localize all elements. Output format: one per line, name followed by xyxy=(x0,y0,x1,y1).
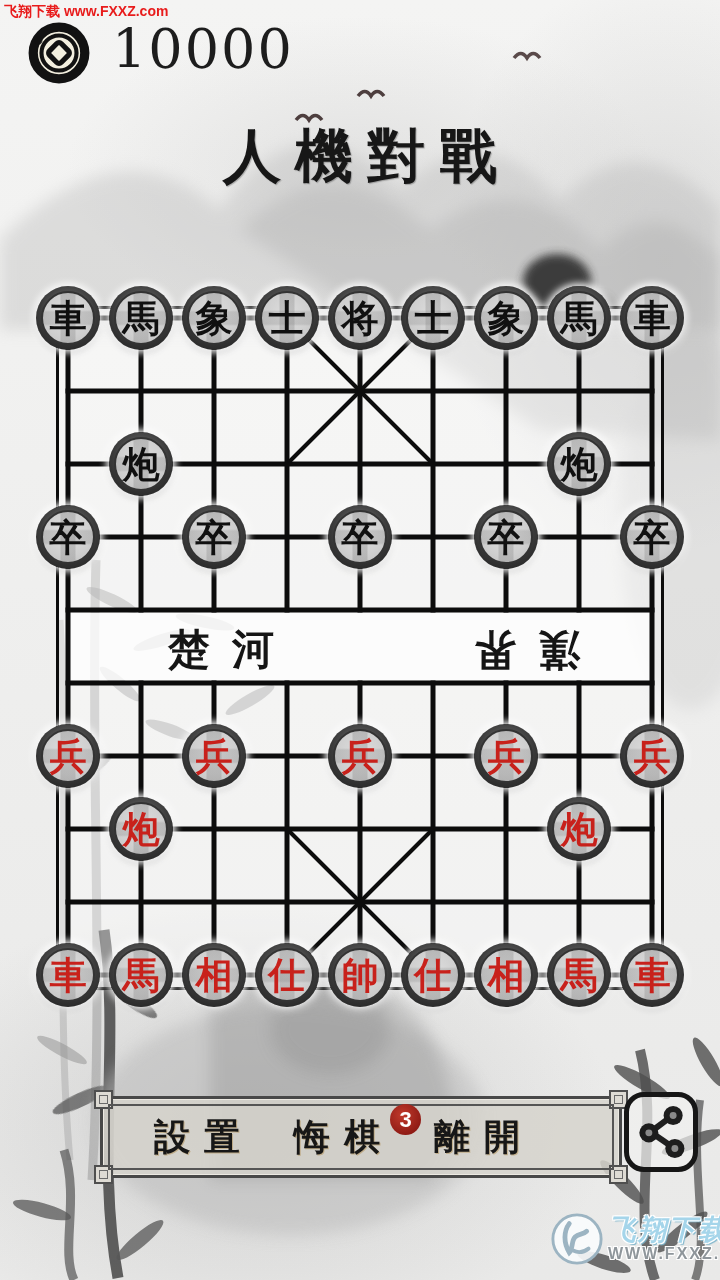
xiangqi-piece-red[interactable]: 馬 xyxy=(547,943,611,1007)
undo-count-badge: 3 xyxy=(390,1104,421,1135)
xiangqi-piece-red[interactable]: 仕 xyxy=(401,943,465,1007)
piece-character: 相 xyxy=(182,943,246,1007)
xiangqi-piece-black[interactable]: 馬 xyxy=(547,286,611,350)
piece-character: 車 xyxy=(620,286,684,350)
xiangqi-piece-black[interactable]: 車 xyxy=(620,286,684,350)
bottom-bar-inner: 設置 悔棋 離開 xyxy=(108,1104,614,1170)
xiangqi-piece-black[interactable]: 卒 xyxy=(328,505,392,569)
xiangqi-piece-black[interactable]: 卒 xyxy=(474,505,538,569)
xiangqi-piece-red[interactable]: 兵 xyxy=(474,724,538,788)
xiangqi-piece-red[interactable]: 兵 xyxy=(36,724,100,788)
piece-character: 卒 xyxy=(474,505,538,569)
xiangqi-piece-black[interactable]: 卒 xyxy=(182,505,246,569)
piece-character: 馬 xyxy=(109,286,173,350)
page-title: 人機對戰 xyxy=(0,118,720,196)
piece-character: 炮 xyxy=(109,797,173,861)
xiangqi-piece-red[interactable]: 車 xyxy=(620,943,684,1007)
piece-character: 帥 xyxy=(328,943,392,1007)
piece-character: 仕 xyxy=(255,943,319,1007)
piece-character: 士 xyxy=(401,286,465,350)
share-icon xyxy=(635,1104,687,1160)
piece-character: 象 xyxy=(182,286,246,350)
piece-character: 仕 xyxy=(401,943,465,1007)
xiangqi-piece-red[interactable]: 相 xyxy=(182,943,246,1007)
piece-character: 士 xyxy=(255,286,319,350)
xiangqi-piece-black[interactable]: 車 xyxy=(36,286,100,350)
piece-character: 相 xyxy=(474,943,538,1007)
undo-button[interactable]: 悔棋 xyxy=(294,1113,394,1162)
xiangqi-piece-red[interactable]: 仕 xyxy=(255,943,319,1007)
piece-character: 車 xyxy=(36,943,100,1007)
xiangqi-piece-red[interactable]: 炮 xyxy=(109,797,173,861)
piece-character: 馬 xyxy=(547,286,611,350)
xiangqi-piece-red[interactable]: 兵 xyxy=(328,724,392,788)
piece-character: 卒 xyxy=(36,505,100,569)
xiangqi-piece-black[interactable]: 炮 xyxy=(547,432,611,496)
piece-character: 兵 xyxy=(182,724,246,788)
piece-character: 象 xyxy=(474,286,538,350)
xiangqi-piece-red[interactable]: 馬 xyxy=(109,943,173,1007)
piece-character: 炮 xyxy=(547,797,611,861)
piece-character: 馬 xyxy=(109,943,173,1007)
xiangqi-piece-black[interactable]: 象 xyxy=(474,286,538,350)
watermark-bottom-right: 飞翔下载 WWW.FXXZ.COM xyxy=(550,1212,720,1266)
piece-character: 将 xyxy=(328,286,392,350)
xiangqi-game-screen: 飞翔下载 www.FXXZ.com 10000 人機對戰 xyxy=(0,0,720,1280)
leave-button[interactable]: 離開 xyxy=(434,1113,534,1162)
settings-button[interactable]: 設置 xyxy=(154,1113,254,1162)
piece-character: 卒 xyxy=(328,505,392,569)
piece-character: 炮 xyxy=(547,432,611,496)
site-url: WWW.FXXZ.COM xyxy=(608,1246,720,1262)
xiangqi-piece-black[interactable]: 卒 xyxy=(36,505,100,569)
xiangqi-piece-black[interactable]: 卒 xyxy=(620,505,684,569)
xiangqi-piece-red[interactable]: 車 xyxy=(36,943,100,1007)
xiangqi-piece-black[interactable]: 馬 xyxy=(109,286,173,350)
piece-character: 車 xyxy=(36,286,100,350)
xiangqi-piece-black[interactable]: 将 xyxy=(328,286,392,350)
xiangqi-piece-black[interactable]: 士 xyxy=(401,286,465,350)
watermark-top-left: 飞翔下载 www.FXXZ.com xyxy=(4,3,168,21)
piece-character: 卒 xyxy=(182,505,246,569)
share-button[interactable] xyxy=(624,1092,698,1172)
coin-icon xyxy=(26,20,92,86)
piece-character: 兵 xyxy=(328,724,392,788)
site-name: 飞翔下载 xyxy=(608,1216,720,1244)
coin-count: 10000 xyxy=(112,18,294,81)
bottom-action-bar: 設置 悔棋 離開 3 xyxy=(100,1096,622,1178)
piece-character: 兵 xyxy=(620,724,684,788)
piece-character: 兵 xyxy=(36,724,100,788)
xiangqi-piece-red[interactable]: 兵 xyxy=(182,724,246,788)
xiangqi-piece-red[interactable]: 兵 xyxy=(620,724,684,788)
xiangqi-piece-black[interactable]: 象 xyxy=(182,286,246,350)
xiangqi-piece-red[interactable]: 帥 xyxy=(328,943,392,1007)
xiangqi-piece-red[interactable]: 相 xyxy=(474,943,538,1007)
xiangqi-piece-red[interactable]: 炮 xyxy=(547,797,611,861)
piece-character: 炮 xyxy=(109,432,173,496)
piece-character: 車 xyxy=(620,943,684,1007)
xiangqi-piece-black[interactable]: 士 xyxy=(255,286,319,350)
piece-character: 卒 xyxy=(620,505,684,569)
piece-character: 兵 xyxy=(474,724,538,788)
piece-character: 馬 xyxy=(547,943,611,1007)
site-logo-icon xyxy=(550,1212,604,1266)
xiangqi-piece-black[interactable]: 炮 xyxy=(109,432,173,496)
